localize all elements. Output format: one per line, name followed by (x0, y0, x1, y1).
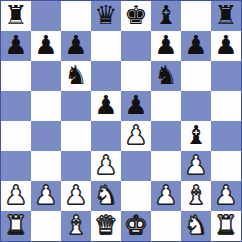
piece-white-knight[interactable]: ♞ (184, 211, 207, 240)
piece-black-pawn[interactable]: ♟ (4, 31, 27, 60)
square-b2[interactable]: ♟ (31, 181, 61, 211)
square-h1[interactable]: ♜ (211, 211, 241, 241)
square-c7[interactable]: ♟ (61, 31, 91, 61)
square-d5[interactable]: ♟ (91, 91, 121, 121)
square-g2[interactable]: ♝ (181, 181, 211, 211)
square-h6[interactable] (211, 61, 241, 91)
piece-white-pawn[interactable]: ♟ (64, 181, 87, 210)
piece-black-pawn[interactable]: ♟ (124, 91, 147, 120)
piece-black-bishop[interactable]: ♝ (184, 121, 207, 150)
square-e3[interactable] (121, 151, 151, 181)
square-a6[interactable] (1, 61, 31, 91)
chess-board-screenshot: ♜♛♚♝♜♟♟♟♟♟♟♞♞♟♟♟♝♟♟♟♟♟♞♟♝♟♜♝♛♚♞♜ (0, 0, 242, 242)
square-g6[interactable] (181, 61, 211, 91)
piece-black-pawn[interactable]: ♟ (154, 31, 177, 60)
square-e2[interactable] (121, 181, 151, 211)
piece-white-pawn[interactable]: ♟ (94, 151, 117, 180)
square-g5[interactable] (181, 91, 211, 121)
square-h7[interactable]: ♟ (211, 31, 241, 61)
square-c5[interactable] (61, 91, 91, 121)
square-g1[interactable]: ♞ (181, 211, 211, 241)
square-b7[interactable]: ♟ (31, 31, 61, 61)
chess-board: ♜♛♚♝♜♟♟♟♟♟♟♞♞♟♟♟♝♟♟♟♟♟♞♟♝♟♜♝♛♚♞♜ (0, 0, 242, 242)
square-g7[interactable]: ♟ (181, 31, 211, 61)
square-d2[interactable]: ♞ (91, 181, 121, 211)
piece-black-bishop[interactable]: ♝ (154, 1, 177, 30)
square-f4[interactable] (151, 121, 181, 151)
square-d1[interactable]: ♛ (91, 211, 121, 241)
square-c8[interactable] (61, 1, 91, 31)
square-f5[interactable] (151, 91, 181, 121)
square-b6[interactable] (31, 61, 61, 91)
piece-white-queen[interactable]: ♛ (94, 211, 117, 240)
piece-black-knight[interactable]: ♞ (154, 61, 177, 90)
square-e4[interactable]: ♟ (121, 121, 151, 151)
square-d4[interactable] (91, 121, 121, 151)
piece-black-queen[interactable]: ♛ (94, 1, 117, 30)
square-f1[interactable] (151, 211, 181, 241)
square-h2[interactable]: ♟ (211, 181, 241, 211)
piece-white-pawn[interactable]: ♟ (124, 121, 147, 150)
square-g8[interactable] (181, 1, 211, 31)
piece-black-rook[interactable]: ♜ (214, 1, 237, 30)
square-b5[interactable] (31, 91, 61, 121)
square-d3[interactable]: ♟ (91, 151, 121, 181)
square-c3[interactable] (61, 151, 91, 181)
piece-white-pawn[interactable]: ♟ (4, 181, 27, 210)
piece-black-knight[interactable]: ♞ (64, 61, 87, 90)
square-d7[interactable] (91, 31, 121, 61)
square-h5[interactable] (211, 91, 241, 121)
square-a5[interactable] (1, 91, 31, 121)
square-h3[interactable] (211, 151, 241, 181)
square-g4[interactable]: ♝ (181, 121, 211, 151)
square-e8[interactable]: ♚ (121, 1, 151, 31)
piece-black-pawn[interactable]: ♟ (64, 31, 87, 60)
square-c4[interactable] (61, 121, 91, 151)
square-c2[interactable]: ♟ (61, 181, 91, 211)
square-d6[interactable] (91, 61, 121, 91)
piece-white-knight[interactable]: ♞ (94, 181, 117, 210)
piece-white-rook[interactable]: ♜ (214, 211, 237, 240)
square-a7[interactable]: ♟ (1, 31, 31, 61)
square-f8[interactable]: ♝ (151, 1, 181, 31)
piece-white-bishop[interactable]: ♝ (64, 211, 87, 240)
piece-black-pawn[interactable]: ♟ (94, 91, 117, 120)
square-a2[interactable]: ♟ (1, 181, 31, 211)
square-d8[interactable]: ♛ (91, 1, 121, 31)
square-b8[interactable] (31, 1, 61, 31)
square-e6[interactable] (121, 61, 151, 91)
piece-black-rook[interactable]: ♜ (4, 1, 27, 30)
square-b3[interactable] (31, 151, 61, 181)
square-e7[interactable] (121, 31, 151, 61)
square-b1[interactable] (31, 211, 61, 241)
piece-white-rook[interactable]: ♜ (4, 211, 27, 240)
piece-white-pawn[interactable]: ♟ (214, 181, 237, 210)
square-c6[interactable]: ♞ (61, 61, 91, 91)
piece-white-king[interactable]: ♚ (124, 211, 147, 240)
piece-white-bishop[interactable]: ♝ (184, 181, 207, 210)
piece-white-pawn[interactable]: ♟ (184, 151, 207, 180)
square-b4[interactable] (31, 121, 61, 151)
square-a3[interactable] (1, 151, 31, 181)
piece-black-king[interactable]: ♚ (124, 1, 147, 30)
piece-white-pawn[interactable]: ♟ (154, 181, 177, 210)
square-e1[interactable]: ♚ (121, 211, 151, 241)
square-h4[interactable] (211, 121, 241, 151)
square-f3[interactable] (151, 151, 181, 181)
square-a1[interactable]: ♜ (1, 211, 31, 241)
square-a4[interactable] (1, 121, 31, 151)
square-c1[interactable]: ♝ (61, 211, 91, 241)
piece-black-pawn[interactable]: ♟ (214, 31, 237, 60)
square-h8[interactable]: ♜ (211, 1, 241, 31)
square-f2[interactable]: ♟ (151, 181, 181, 211)
square-e5[interactable]: ♟ (121, 91, 151, 121)
square-a8[interactable]: ♜ (1, 1, 31, 31)
piece-black-pawn[interactable]: ♟ (184, 31, 207, 60)
piece-black-pawn[interactable]: ♟ (34, 31, 57, 60)
piece-white-pawn[interactable]: ♟ (34, 181, 57, 210)
square-f7[interactable]: ♟ (151, 31, 181, 61)
square-g3[interactable]: ♟ (181, 151, 211, 181)
square-f6[interactable]: ♞ (151, 61, 181, 91)
